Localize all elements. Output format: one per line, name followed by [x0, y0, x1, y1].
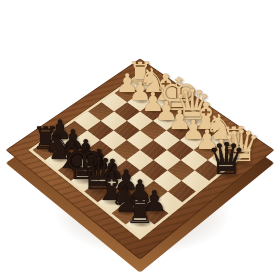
chess-set-photo: ♜♞♟♝♟♚♟♛♟♝♟♞♟♟♜♟♟♜♟♟♞♛♟♝♛♟♚♟♛♟♝♟♞♜ [0, 0, 280, 280]
